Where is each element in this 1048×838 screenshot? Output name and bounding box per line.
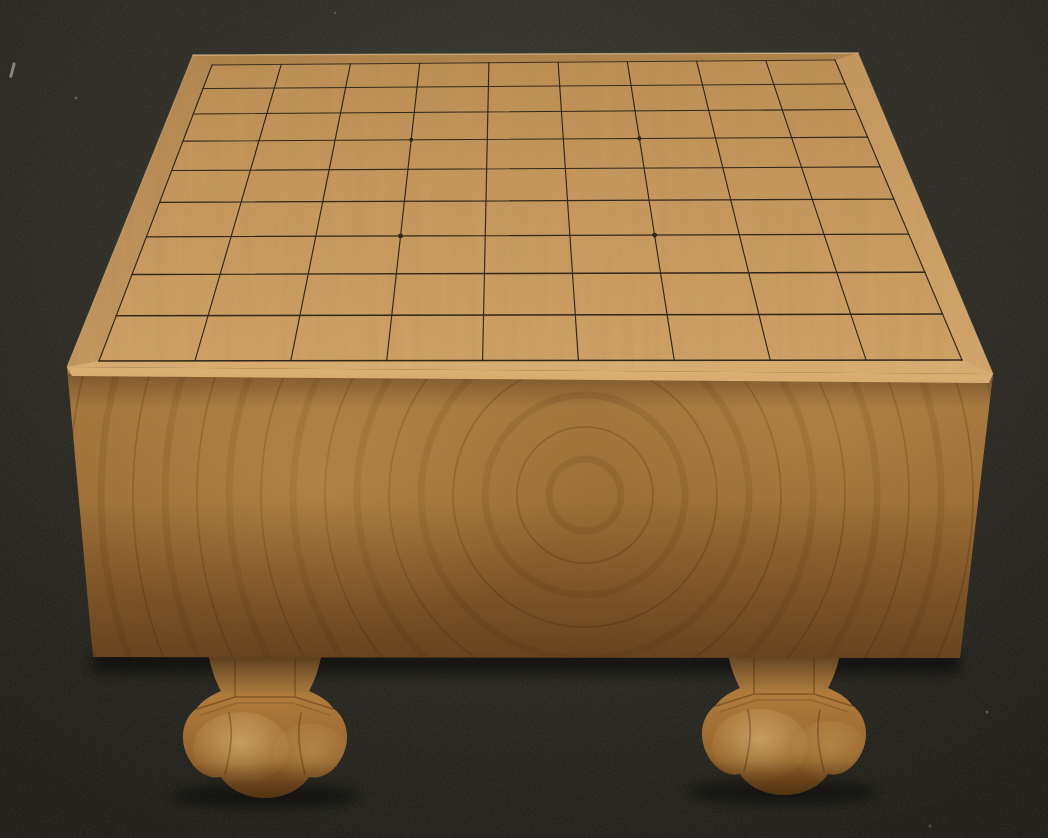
grid-line — [99, 360, 962, 361]
star-point — [398, 233, 403, 238]
shogi-board-photo — [0, 0, 1048, 838]
star-point — [652, 233, 657, 238]
star-point — [409, 138, 413, 142]
scene — [0, 0, 1048, 838]
board-top-face — [60, 40, 1000, 380]
star-point — [637, 136, 641, 140]
